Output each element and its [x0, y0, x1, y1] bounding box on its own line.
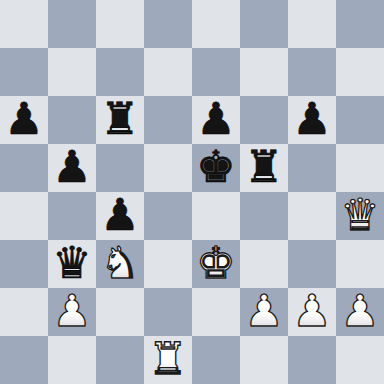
square-e6[interactable]: ♟	[192, 96, 240, 144]
square-h5[interactable]	[336, 144, 384, 192]
square-f4[interactable]	[240, 192, 288, 240]
square-d1[interactable]: ♜	[144, 336, 192, 384]
square-c1[interactable]	[96, 336, 144, 384]
white-pawn[interactable]: ♟	[292, 287, 331, 335]
square-b6[interactable]	[48, 96, 96, 144]
square-c3[interactable]: ♞	[96, 240, 144, 288]
square-c2[interactable]	[96, 288, 144, 336]
square-g3[interactable]	[288, 240, 336, 288]
square-b2[interactable]: ♟	[48, 288, 96, 336]
square-f5[interactable]: ♜	[240, 144, 288, 192]
white-queen[interactable]: ♛	[340, 191, 379, 239]
black-king[interactable]: ♚	[196, 143, 235, 191]
square-h2[interactable]: ♟	[336, 288, 384, 336]
square-e2[interactable]	[192, 288, 240, 336]
black-rook[interactable]: ♜	[244, 143, 283, 191]
square-c7[interactable]	[96, 48, 144, 96]
square-a7[interactable]	[0, 48, 48, 96]
square-d8[interactable]	[144, 0, 192, 48]
square-h4[interactable]: ♛	[336, 192, 384, 240]
square-a2[interactable]	[0, 288, 48, 336]
square-c8[interactable]	[96, 0, 144, 48]
square-g7[interactable]	[288, 48, 336, 96]
black-pawn[interactable]: ♟	[4, 95, 43, 143]
square-f2[interactable]: ♟	[240, 288, 288, 336]
white-king[interactable]: ♚	[196, 239, 235, 287]
square-e1[interactable]	[192, 336, 240, 384]
square-h1[interactable]	[336, 336, 384, 384]
square-g1[interactable]	[288, 336, 336, 384]
square-d5[interactable]	[144, 144, 192, 192]
square-a4[interactable]	[0, 192, 48, 240]
square-a1[interactable]	[0, 336, 48, 384]
square-e8[interactable]	[192, 0, 240, 48]
black-queen[interactable]: ♛	[52, 239, 91, 287]
square-g2[interactable]: ♟	[288, 288, 336, 336]
square-g8[interactable]	[288, 0, 336, 48]
square-b3[interactable]: ♛	[48, 240, 96, 288]
square-f6[interactable]	[240, 96, 288, 144]
square-g4[interactable]	[288, 192, 336, 240]
square-b5[interactable]: ♟	[48, 144, 96, 192]
square-h8[interactable]	[336, 0, 384, 48]
square-d3[interactable]	[144, 240, 192, 288]
square-a6[interactable]: ♟	[0, 96, 48, 144]
square-e7[interactable]	[192, 48, 240, 96]
square-f7[interactable]	[240, 48, 288, 96]
square-h7[interactable]	[336, 48, 384, 96]
square-g5[interactable]	[288, 144, 336, 192]
square-b1[interactable]	[48, 336, 96, 384]
black-pawn[interactable]: ♟	[100, 191, 139, 239]
black-pawn[interactable]: ♟	[52, 143, 91, 191]
white-pawn[interactable]: ♟	[340, 287, 379, 335]
square-a3[interactable]	[0, 240, 48, 288]
square-d2[interactable]	[144, 288, 192, 336]
square-h6[interactable]	[336, 96, 384, 144]
square-f3[interactable]	[240, 240, 288, 288]
square-e5[interactable]: ♚	[192, 144, 240, 192]
white-pawn[interactable]: ♟	[52, 287, 91, 335]
square-b4[interactable]	[48, 192, 96, 240]
square-g6[interactable]: ♟	[288, 96, 336, 144]
square-c6[interactable]: ♜	[96, 96, 144, 144]
black-pawn[interactable]: ♟	[196, 95, 235, 143]
black-pawn[interactable]: ♟	[292, 95, 331, 143]
square-e4[interactable]	[192, 192, 240, 240]
square-d6[interactable]	[144, 96, 192, 144]
white-knight[interactable]: ♞	[100, 239, 139, 287]
black-rook[interactable]: ♜	[100, 95, 139, 143]
square-f1[interactable]	[240, 336, 288, 384]
chess-board: ♟♜♟♟♟♚♜♟♛♛♞♚♟♟♟♟♜	[0, 0, 384, 384]
square-a5[interactable]	[0, 144, 48, 192]
square-f8[interactable]	[240, 0, 288, 48]
square-h3[interactable]	[336, 240, 384, 288]
square-e3[interactable]: ♚	[192, 240, 240, 288]
square-d7[interactable]	[144, 48, 192, 96]
square-c4[interactable]: ♟	[96, 192, 144, 240]
square-d4[interactable]	[144, 192, 192, 240]
square-b7[interactable]	[48, 48, 96, 96]
square-b8[interactable]	[48, 0, 96, 48]
square-a8[interactable]	[0, 0, 48, 48]
square-c5[interactable]	[96, 144, 144, 192]
white-pawn[interactable]: ♟	[244, 287, 283, 335]
white-rook[interactable]: ♜	[148, 335, 187, 383]
